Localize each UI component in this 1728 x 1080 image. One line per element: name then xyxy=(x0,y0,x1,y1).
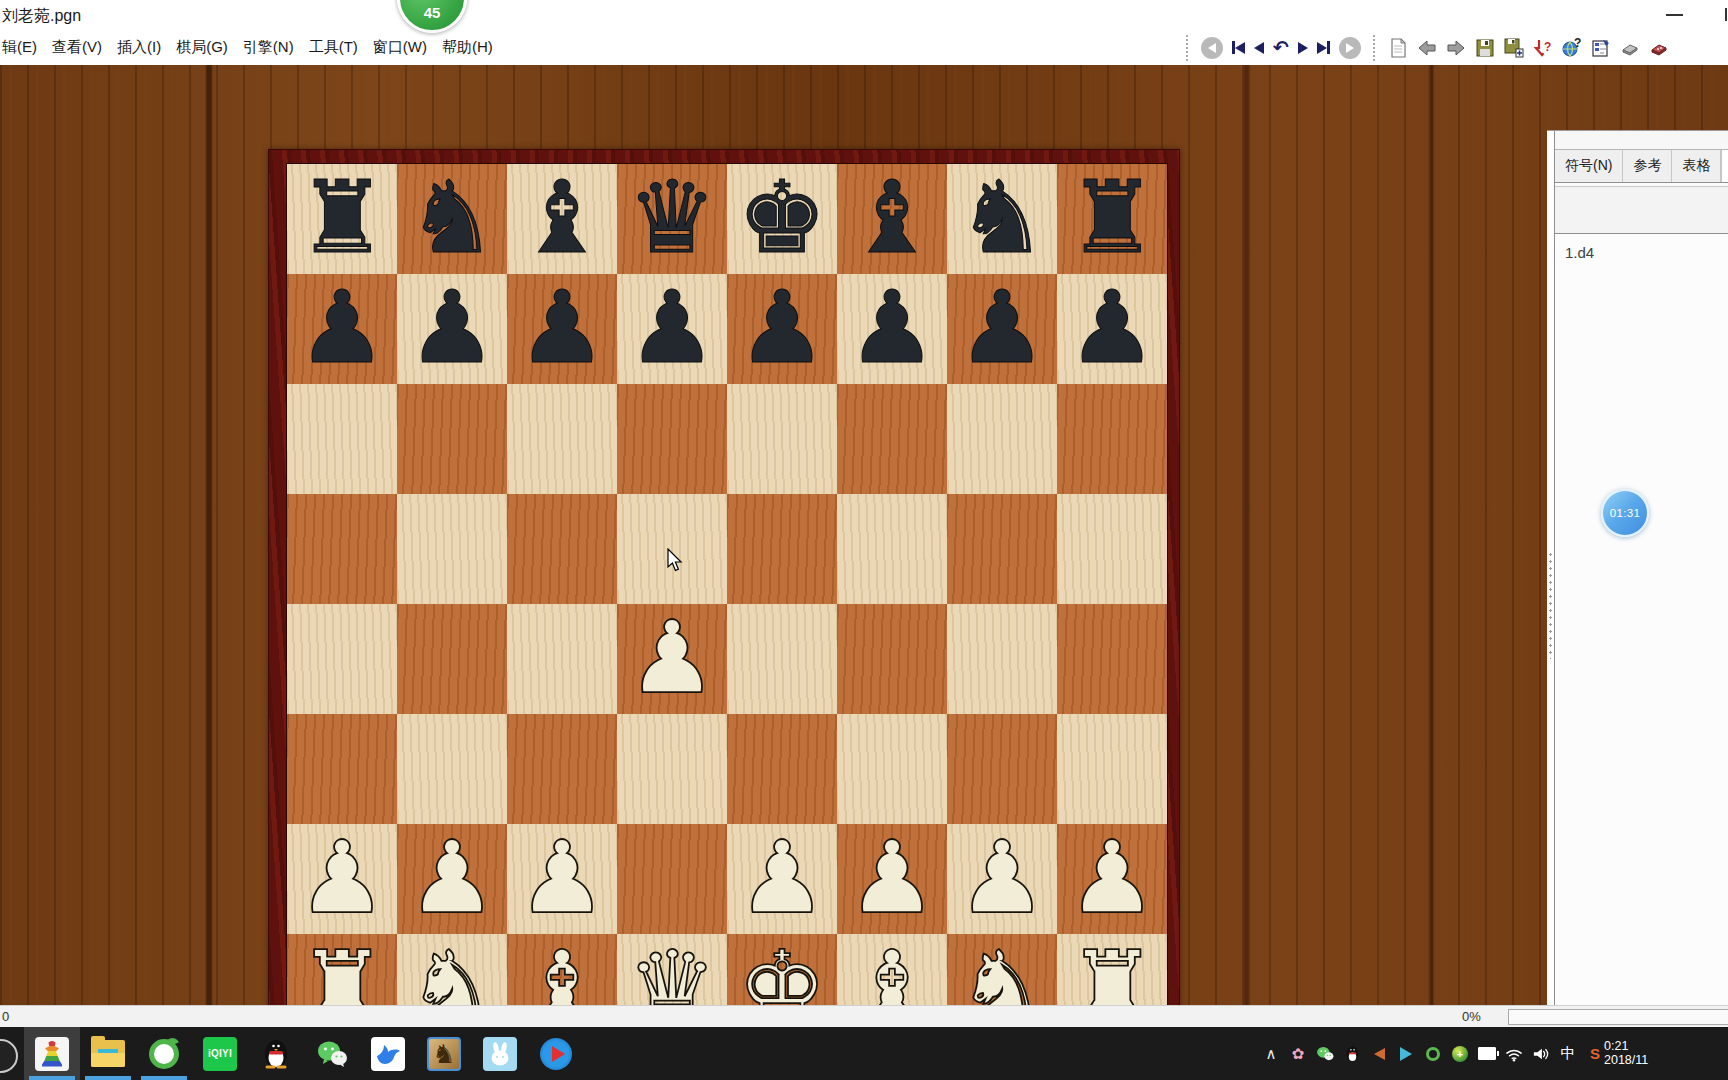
start-button-partial[interactable] xyxy=(0,1039,18,1073)
toolbar-separator xyxy=(1373,35,1376,61)
tab-reference[interactable]: 参考 xyxy=(1623,150,1672,182)
history-back-icon[interactable] xyxy=(1417,38,1437,58)
takeback-icon[interactable]: ↶ xyxy=(1273,37,1289,59)
notation-panel-body: 符号(N) 参考 表格 1.d4 xyxy=(1555,131,1728,1071)
tray-battery-icon[interactable] xyxy=(1478,1044,1496,1064)
square-a7[interactable]: ♟ xyxy=(287,274,397,384)
player-app-icon xyxy=(540,1038,572,1070)
square-b8[interactable]: ♞ xyxy=(397,164,507,274)
square-g5[interactable] xyxy=(947,494,1057,604)
square-f7[interactable]: ♟ xyxy=(837,274,947,384)
taskbar-360-browser[interactable] xyxy=(136,1027,192,1080)
rabbit-app-icon xyxy=(483,1037,517,1071)
square-c3[interactable] xyxy=(507,714,617,824)
square-c4[interactable] xyxy=(507,604,617,714)
notation-area[interactable]: 1.d4 xyxy=(1555,234,1728,1071)
piece-black-pawn-b7[interactable]: ♟ xyxy=(397,274,507,384)
square-b4[interactable] xyxy=(397,604,507,714)
tray-wechat-icon[interactable] xyxy=(1316,1044,1334,1064)
square-e7[interactable]: ♟ xyxy=(727,274,837,384)
mouse-cursor xyxy=(667,548,685,574)
minimize-button[interactable] xyxy=(1658,0,1692,28)
panel-splitter[interactable] xyxy=(1547,131,1555,1071)
tray-player-icon[interactable] xyxy=(1397,1044,1415,1064)
square-g7[interactable]: ♟ xyxy=(947,274,1057,384)
square-d6[interactable] xyxy=(617,384,727,494)
square-g4[interactable] xyxy=(947,604,1057,714)
window-title: 刘老菀.pgn xyxy=(2,6,81,27)
square-g6[interactable] xyxy=(947,384,1057,494)
clock-time: 0:21 xyxy=(1604,1039,1728,1053)
system-tray: ∧ ✿ + 中 S xyxy=(1262,1027,1604,1080)
square-d3[interactable] xyxy=(617,714,727,824)
web-help-icon[interactable]: ? xyxy=(1562,38,1582,58)
tab-notation[interactable]: 符号(N) xyxy=(1555,150,1623,182)
piece-white-pawn-f2[interactable]: ♟ xyxy=(837,824,947,934)
square-a3[interactable] xyxy=(287,714,397,824)
clock-date: 2018/11 xyxy=(1604,1053,1728,1067)
square-f6[interactable] xyxy=(837,384,947,494)
taskbar-rabbit-app[interactable] xyxy=(472,1027,528,1080)
square-f3[interactable] xyxy=(837,714,947,824)
square-h2[interactable]: ♟ xyxy=(1057,824,1167,934)
panel-top-strip xyxy=(1555,131,1728,150)
piece-black-pawn-c7[interactable]: ♟ xyxy=(507,274,617,384)
piece-black-bishop-c8[interactable]: ♝ xyxy=(507,164,617,274)
piece-black-bishop-f8[interactable]: ♝ xyxy=(837,164,947,274)
svg-text:?: ? xyxy=(1574,38,1581,50)
tray-qq-icon[interactable] xyxy=(1343,1044,1361,1064)
taskbar-iqiyi[interactable]: iQIYI xyxy=(192,1027,248,1080)
game-header-box xyxy=(1555,186,1728,234)
square-e8[interactable]: ♚ xyxy=(727,164,837,274)
folder-icon xyxy=(91,1040,125,1067)
record-count-value: 45 xyxy=(424,4,441,30)
menu-view[interactable]: 查看(V) xyxy=(52,38,102,57)
splitter-handle-icon xyxy=(1548,551,1553,659)
square-a4[interactable] xyxy=(287,604,397,714)
square-f2[interactable]: ♟ xyxy=(837,824,947,934)
wechat-icon xyxy=(316,1040,348,1068)
square-c6[interactable] xyxy=(507,384,617,494)
first-move-icon[interactable] xyxy=(1232,37,1245,59)
panel-tabs: 符号(N) 参考 表格 xyxy=(1555,150,1728,183)
toolbar-separator xyxy=(1186,35,1189,61)
chess-board: ♜♞♝♛♚♝♞♜♟♟♟♟♟♟♟♟♟♟♟♟♟♟♟♟♜♞♝♛♚♝♞♜ xyxy=(268,149,1180,1057)
forward-move-icon[interactable] xyxy=(1298,37,1308,59)
back-move-icon[interactable] xyxy=(1254,37,1264,59)
menu-game[interactable]: 棋局(G) xyxy=(176,38,228,57)
open-indicator xyxy=(85,1076,131,1080)
piece-white-pawn-c2[interactable]: ♟ xyxy=(507,824,617,934)
piece-black-pawn-d7[interactable]: ♟ xyxy=(617,274,727,384)
square-b6[interactable] xyxy=(397,384,507,494)
save-as-icon[interactable] xyxy=(1504,38,1524,58)
tab-table[interactable]: 表格 xyxy=(1672,150,1721,182)
knight-icon: ♞ xyxy=(427,1037,461,1071)
taskbar-qq[interactable] xyxy=(248,1027,304,1080)
tray-volume-icon[interactable] xyxy=(1532,1044,1550,1064)
tray-360-browser-icon[interactable] xyxy=(1424,1044,1442,1064)
menu-edit[interactable]: 辑(E) xyxy=(2,38,37,57)
taskbar-chess-app[interactable] xyxy=(24,1027,80,1080)
eraser-gray-icon[interactable] xyxy=(1620,38,1640,58)
piece-white-pawn-b2[interactable]: ♟ xyxy=(397,824,507,934)
tray-ime-indicator[interactable]: 中 xyxy=(1559,1044,1577,1064)
menu-items: 辑(E) 查看(V) 插入(I) 棋局(G) 引擎(N) 工具(T) 窗口(W)… xyxy=(2,30,493,65)
square-b2[interactable]: ♟ xyxy=(397,824,507,934)
last-move-icon[interactable] xyxy=(1317,37,1330,59)
square-c2[interactable]: ♟ xyxy=(507,824,617,934)
piece-white-pawn-e2[interactable]: ♟ xyxy=(727,824,837,934)
recording-timer-value: 01:31 xyxy=(1610,507,1640,519)
square-f5[interactable] xyxy=(837,494,947,604)
square-a2[interactable]: ♟ xyxy=(287,824,397,934)
taskbar-wechat[interactable] xyxy=(304,1027,360,1080)
piece-black-pawn-f7[interactable]: ♟ xyxy=(837,274,947,384)
menu-engine[interactable]: 引擎(N) xyxy=(243,38,294,57)
square-h5[interactable] xyxy=(1057,494,1167,604)
square-h3[interactable] xyxy=(1057,714,1167,824)
taskbar-thunder[interactable] xyxy=(360,1027,416,1080)
square-c5[interactable] xyxy=(507,494,617,604)
square-c8[interactable]: ♝ xyxy=(507,164,617,274)
square-d7[interactable]: ♟ xyxy=(617,274,727,384)
status-bar: 0 0% xyxy=(0,1005,1728,1028)
piece-white-pawn-d4[interactable]: ♟ xyxy=(617,604,727,714)
square-b7[interactable]: ♟ xyxy=(397,274,507,384)
tray-flower-icon[interactable]: ✿ xyxy=(1289,1044,1307,1064)
piece-black-pawn-h7[interactable]: ♟ xyxy=(1057,274,1167,384)
piece-black-pawn-a7[interactable]: ♟ xyxy=(287,274,397,384)
square-g2[interactable]: ♟ xyxy=(947,824,1057,934)
menu-bar: 辑(E) 查看(V) 插入(I) 棋局(G) 引擎(N) 工具(T) 窗口(W)… xyxy=(0,30,1728,66)
move-1-d4[interactable]: 1.d4 xyxy=(1565,244,1594,261)
square-f8[interactable]: ♝ xyxy=(837,164,947,274)
square-e2[interactable]: ♟ xyxy=(727,824,837,934)
square-h4[interactable] xyxy=(1057,604,1167,714)
piece-white-pawn-a2[interactable]: ♟ xyxy=(287,824,397,934)
square-e5[interactable] xyxy=(727,494,837,604)
square-d4[interactable]: ♟ xyxy=(617,604,727,714)
piece-black-king-e8[interactable]: ♚ xyxy=(727,164,837,274)
square-e3[interactable] xyxy=(727,714,837,824)
piece-white-pawn-h2[interactable]: ♟ xyxy=(1057,824,1167,934)
square-h6[interactable] xyxy=(1057,384,1167,494)
open-indicator xyxy=(29,1076,75,1080)
menu-help[interactable]: 帮助(H) xyxy=(442,38,493,57)
notation-panel: 符号(N) 参考 表格 1.d4 xyxy=(1547,130,1728,1071)
menu-insert[interactable]: 插入(I) xyxy=(117,38,161,57)
square-a8[interactable]: ♜ xyxy=(287,164,397,274)
wood-background: ♜♞♝♛♚♝♞♜♟♟♟♟♟♟♟♟♟♟♟♟♟♟♟♟♜♞♝♛♚♝♞♜ 符号(N) 参… xyxy=(0,65,1728,1005)
status-progress-box xyxy=(1508,1009,1728,1025)
piece-black-rook-a8[interactable]: ♜ xyxy=(287,164,397,274)
square-g8[interactable]: ♞ xyxy=(947,164,1057,274)
open-indicator xyxy=(141,1076,187,1080)
square-e4[interactable] xyxy=(727,604,837,714)
tray-horn-icon[interactable] xyxy=(1370,1044,1388,1064)
square-e6[interactable] xyxy=(727,384,837,494)
thunder-bird-icon xyxy=(371,1037,405,1071)
piece-black-pawn-e7[interactable]: ♟ xyxy=(727,274,837,384)
taskbar-file-explorer[interactable] xyxy=(80,1027,136,1080)
piece-black-queen-d8[interactable]: ♛ xyxy=(617,164,727,274)
minimize-icon xyxy=(1666,14,1683,16)
screen: 刘老菀.pgn 45 辑(E) 查看(V) 插入(I) 棋局(G) 引擎(N) … xyxy=(0,0,1728,1080)
tray-sogou-icon[interactable]: S xyxy=(1586,1044,1604,1064)
tray-expand-icon[interactable]: ∧ xyxy=(1262,1044,1280,1064)
square-h8[interactable]: ♜ xyxy=(1057,164,1167,274)
piece-black-knight-b8[interactable]: ♞ xyxy=(397,164,507,274)
square-a5[interactable] xyxy=(287,494,397,604)
piece-black-knight-g8[interactable]: ♞ xyxy=(947,164,1057,274)
title-bar: 刘老菀.pgn xyxy=(0,0,1728,30)
history-forward-icon[interactable] xyxy=(1446,38,1466,58)
board-grid: ♜♞♝♛♚♝♞♜♟♟♟♟♟♟♟♟♟♟♟♟♟♟♟♟♜♞♝♛♚♝♞♜ xyxy=(286,163,1168,1045)
tray-wifi-icon[interactable] xyxy=(1505,1044,1523,1064)
browser-360-icon xyxy=(149,1039,179,1069)
menu-tools[interactable]: 工具(T) xyxy=(309,38,358,57)
new-document-icon[interactable] xyxy=(1388,38,1408,58)
taskbar-player-app[interactable] xyxy=(528,1027,584,1080)
taskbar: iQIYI xyxy=(0,1027,1728,1080)
next-game-icon[interactable] xyxy=(1339,37,1361,59)
taskbar-clock[interactable]: 0:21 2018/11 xyxy=(1604,1039,1728,1067)
square-a6[interactable] xyxy=(287,384,397,494)
tray-360-antivirus-icon[interactable]: + xyxy=(1451,1044,1469,1064)
square-g3[interactable] xyxy=(947,714,1057,824)
square-f4[interactable] xyxy=(837,604,947,714)
square-h7[interactable]: ♟ xyxy=(1057,274,1167,384)
iqiyi-icon: iQIYI xyxy=(203,1037,237,1071)
svg-text:?: ? xyxy=(1544,40,1551,54)
properties-form-icon[interactable] xyxy=(1591,38,1611,58)
prev-game-icon[interactable] xyxy=(1201,37,1223,59)
taskbar-chess-knight-app[interactable]: ♞ xyxy=(416,1027,472,1080)
square-d8[interactable]: ♛ xyxy=(617,164,727,274)
square-b3[interactable] xyxy=(397,714,507,824)
rainbow-chess-icon xyxy=(35,1037,69,1071)
square-d2[interactable] xyxy=(617,824,727,934)
qq-penguin-icon xyxy=(262,1038,290,1070)
status-left-value: 0 xyxy=(2,1009,9,1024)
save-icon[interactable] xyxy=(1475,38,1495,58)
piece-black-pawn-g7[interactable]: ♟ xyxy=(947,274,1057,384)
status-progress-percent: 0% xyxy=(1462,1009,1481,1024)
taskbar-apps: iQIYI xyxy=(24,1027,584,1080)
square-c7[interactable]: ♟ xyxy=(507,274,617,384)
menu-window[interactable]: 窗口(W) xyxy=(373,38,427,57)
download-help-icon[interactable]: ? xyxy=(1533,38,1553,58)
toolbar: ↶ ? ? xyxy=(1183,30,1669,65)
recording-timer-overlay[interactable]: 01:31 xyxy=(1601,489,1649,537)
eraser-red-icon[interactable] xyxy=(1649,38,1669,58)
piece-white-pawn-g2[interactable]: ♟ xyxy=(947,824,1057,934)
tab-partial[interactable] xyxy=(1721,150,1728,182)
piece-black-rook-h8[interactable]: ♜ xyxy=(1057,164,1167,274)
square-b5[interactable] xyxy=(397,494,507,604)
